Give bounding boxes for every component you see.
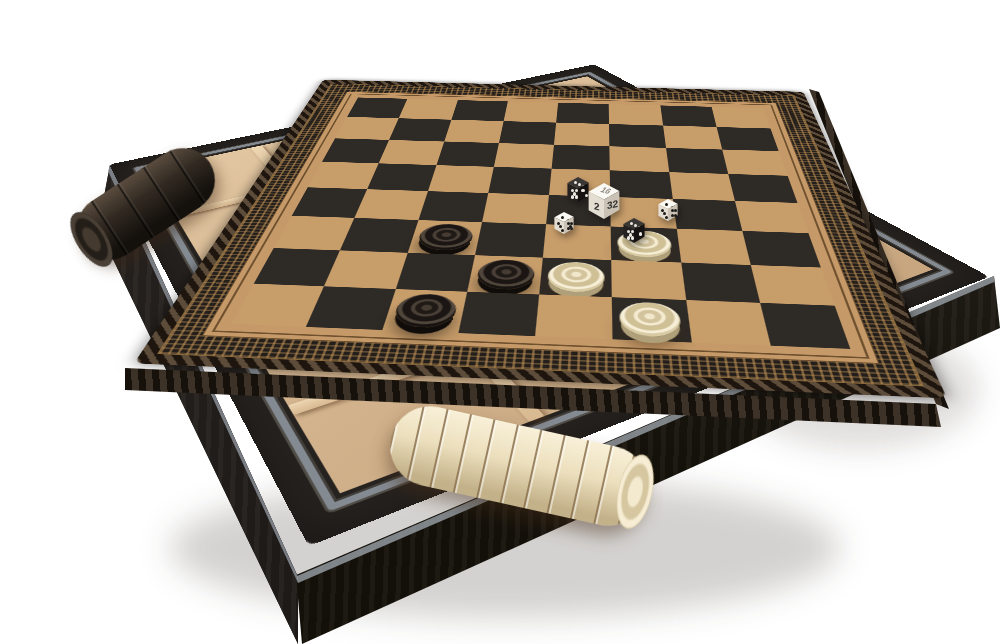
board-square-h5[interactable] bbox=[735, 201, 809, 233]
board-square-h2[interactable] bbox=[716, 127, 778, 151]
board-square-f2[interactable] bbox=[609, 124, 665, 148]
dark-checker-piece[interactable] bbox=[475, 259, 536, 291]
light-checker-piece[interactable] bbox=[620, 301, 683, 337]
die-pip bbox=[674, 214, 677, 217]
scene-3d: 16232 bbox=[0, 0, 1000, 644]
board-square-g7[interactable] bbox=[681, 262, 760, 302]
board-square-c2[interactable] bbox=[444, 120, 504, 143]
board-square-f1[interactable] bbox=[609, 104, 663, 126]
board-square-b1[interactable] bbox=[399, 99, 458, 120]
board-square-g8[interactable] bbox=[686, 300, 771, 346]
black-die-2[interactable] bbox=[623, 218, 645, 243]
board-square-e1[interactable] bbox=[556, 103, 609, 124]
board-square-f8[interactable] bbox=[612, 297, 691, 342]
board-square-h7[interactable] bbox=[750, 265, 834, 306]
product-photo-stage: Black and gold leatherette checkers boar… bbox=[0, 0, 1000, 644]
board-square-c5[interactable] bbox=[418, 191, 488, 222]
board-square-d4[interactable] bbox=[488, 167, 552, 195]
board-square-h1[interactable] bbox=[711, 107, 770, 129]
board-square-d2[interactable] bbox=[499, 121, 556, 144]
white-die-2[interactable] bbox=[658, 199, 678, 221]
board-square-c3[interactable] bbox=[436, 141, 499, 166]
board-square-g5[interactable] bbox=[672, 199, 742, 231]
board-square-e8[interactable] bbox=[535, 294, 613, 339]
dark-checker-piece[interactable] bbox=[415, 223, 475, 251]
board-square-d3[interactable] bbox=[494, 143, 554, 169]
light-checker-piece[interactable] bbox=[547, 261, 605, 293]
dark-checker-piece[interactable] bbox=[391, 293, 459, 328]
die-pip bbox=[561, 216, 564, 219]
board-square-d7[interactable] bbox=[467, 255, 543, 294]
board-square-h4[interactable] bbox=[728, 174, 798, 203]
board-square-e3[interactable] bbox=[552, 144, 610, 170]
board-square-c7[interactable] bbox=[395, 252, 474, 291]
board-square-d1[interactable] bbox=[503, 101, 558, 122]
board-square-b2[interactable] bbox=[389, 118, 451, 141]
board-square-g6[interactable] bbox=[676, 229, 750, 265]
die-pip bbox=[631, 236, 634, 239]
board-square-d6[interactable] bbox=[475, 222, 546, 257]
die-pip bbox=[571, 195, 574, 198]
die-pip bbox=[627, 236, 630, 239]
board-square-g3[interactable] bbox=[666, 148, 728, 174]
board-square-f7[interactable] bbox=[611, 260, 685, 300]
die-pip bbox=[575, 195, 578, 198]
board-square-a2[interactable] bbox=[335, 117, 399, 140]
board-square-b6[interactable] bbox=[340, 218, 418, 253]
board-square-e2[interactable] bbox=[554, 123, 610, 146]
doubling-cube[interactable]: 16232 bbox=[588, 183, 620, 219]
white-die-1[interactable] bbox=[554, 212, 574, 234]
die-pip bbox=[570, 227, 573, 230]
black-die-1[interactable] bbox=[567, 177, 589, 202]
doubling-cube-number-left: 2 bbox=[594, 201, 600, 212]
board-square-g4[interactable] bbox=[669, 172, 735, 201]
board-square-c4[interactable] bbox=[427, 165, 493, 193]
board-square-b3[interactable] bbox=[379, 140, 444, 165]
board-square-d8[interactable] bbox=[458, 292, 539, 337]
board-square-e7[interactable] bbox=[539, 257, 612, 297]
board-square-c1[interactable] bbox=[451, 100, 508, 121]
board-square-g1[interactable] bbox=[660, 105, 716, 127]
board-square-g2[interactable] bbox=[663, 126, 722, 150]
board-square-d5[interactable] bbox=[482, 193, 549, 224]
board-square-c8[interactable] bbox=[382, 289, 467, 333]
board-square-c6[interactable] bbox=[407, 220, 481, 255]
board-square-b4[interactable] bbox=[367, 163, 436, 191]
board-square-b5[interactable] bbox=[355, 189, 428, 220]
die-pip bbox=[665, 203, 668, 206]
board-square-b7[interactable] bbox=[324, 250, 407, 289]
board-square-h6[interactable] bbox=[742, 231, 821, 267]
board-square-a1[interactable] bbox=[347, 97, 407, 118]
board-square-h3[interactable] bbox=[722, 149, 788, 175]
board-square-f6[interactable] bbox=[611, 227, 681, 263]
die-pip bbox=[639, 232, 642, 235]
die-pip bbox=[581, 189, 584, 192]
board-square-f3[interactable] bbox=[610, 146, 669, 172]
